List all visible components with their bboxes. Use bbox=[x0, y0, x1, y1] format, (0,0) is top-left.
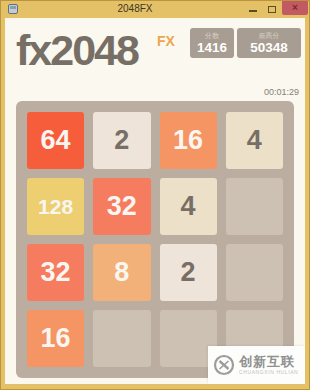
close-button[interactable]: × bbox=[282, 1, 308, 15]
score-label: 分数 bbox=[190, 32, 234, 40]
minimize-icon bbox=[249, 10, 257, 12]
best-score-label: 最高分 bbox=[237, 32, 301, 40]
tile-64: 64 bbox=[27, 112, 84, 169]
tile-128: 128 bbox=[27, 178, 84, 235]
best-score-box: 最高分 50348 bbox=[237, 28, 301, 58]
tile-2: 2 bbox=[93, 112, 150, 169]
tile-2: 2 bbox=[160, 244, 217, 301]
tile-16: 16 bbox=[160, 112, 217, 169]
tile-8: 8 bbox=[93, 244, 150, 301]
best-score-value: 50348 bbox=[237, 40, 301, 55]
title-bar[interactable]: 2048FX × bbox=[1, 1, 309, 18]
tile-32: 32 bbox=[93, 178, 150, 235]
tile-4: 4 bbox=[226, 112, 283, 169]
maximize-button[interactable] bbox=[266, 4, 278, 15]
game-timer: 00:01:29 bbox=[264, 87, 299, 97]
watermark-logo-icon bbox=[213, 354, 235, 376]
maximize-icon bbox=[268, 6, 276, 13]
score-value: 1416 bbox=[190, 40, 234, 55]
score-box: 分数 1416 bbox=[190, 28, 234, 58]
app-window: 2048FX × fx2048 FX 分数 1416 最高分 50348 00:… bbox=[0, 0, 310, 390]
tile-16: 16 bbox=[27, 310, 84, 367]
minimize-button[interactable] bbox=[247, 4, 259, 15]
game-logo: fx2048 bbox=[16, 27, 138, 74]
tile-4: 4 bbox=[160, 178, 217, 235]
empty-cell bbox=[226, 244, 283, 301]
fx-badge: FX bbox=[157, 33, 175, 49]
app-icon[interactable] bbox=[8, 4, 18, 14]
window-title: 2048FX bbox=[41, 3, 229, 14]
watermark: 创新互联 CHUANGXIN HULIAN bbox=[208, 346, 305, 384]
game-board[interactable]: 642164128324328216 bbox=[16, 101, 294, 378]
watermark-brand: 创新互联 bbox=[239, 355, 298, 369]
empty-cell bbox=[93, 310, 150, 367]
content-area: fx2048 FX 分数 1416 最高分 50348 00:01:29 642… bbox=[5, 18, 305, 384]
tile-32: 32 bbox=[27, 244, 84, 301]
empty-cell bbox=[226, 178, 283, 235]
watermark-subtext: CHUANGXIN HULIAN bbox=[239, 369, 298, 375]
